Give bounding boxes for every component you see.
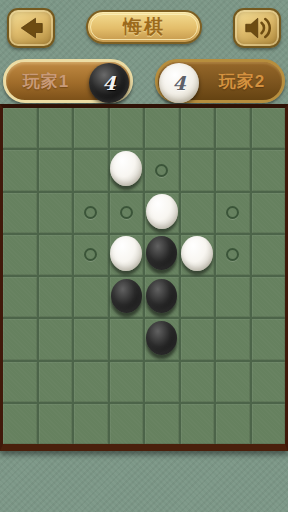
player2-count: 4 bbox=[172, 72, 185, 94]
game-screen: 悔棋 玩家1 4 4 玩家2 bbox=[0, 0, 288, 512]
board-cell[interactable] bbox=[216, 235, 250, 275]
board-cell[interactable] bbox=[110, 319, 144, 359]
board-cell[interactable] bbox=[145, 193, 179, 233]
board-cell[interactable] bbox=[39, 404, 73, 444]
black-piece bbox=[146, 236, 177, 270]
board-cell[interactable] bbox=[110, 277, 144, 317]
board-cell[interactable] bbox=[252, 277, 286, 317]
othello-board bbox=[0, 104, 288, 451]
player1-black-disc: 4 bbox=[89, 63, 129, 103]
board-cell[interactable] bbox=[252, 108, 286, 148]
board-cell[interactable] bbox=[3, 108, 37, 148]
board-cell[interactable] bbox=[74, 404, 108, 444]
board-cell[interactable] bbox=[110, 108, 144, 148]
legal-move-hint bbox=[84, 206, 97, 219]
black-piece bbox=[111, 279, 142, 313]
board-cell[interactable] bbox=[216, 193, 250, 233]
board-cell[interactable] bbox=[252, 235, 286, 275]
undo-button[interactable]: 悔棋 bbox=[86, 10, 202, 44]
board-cell[interactable] bbox=[145, 277, 179, 317]
board-cell[interactable] bbox=[110, 193, 144, 233]
legal-move-hint bbox=[226, 248, 239, 261]
board-cell[interactable] bbox=[3, 277, 37, 317]
board-cell[interactable] bbox=[181, 404, 215, 444]
back-arrow-icon bbox=[11, 13, 51, 43]
board-cell[interactable] bbox=[145, 108, 179, 148]
board-cell[interactable] bbox=[3, 235, 37, 275]
board-cell[interactable] bbox=[216, 150, 250, 190]
board-cell[interactable] bbox=[216, 362, 250, 402]
board-cell[interactable] bbox=[3, 404, 37, 444]
board-cell[interactable] bbox=[181, 150, 215, 190]
board-cell[interactable] bbox=[181, 235, 215, 275]
board-cell[interactable] bbox=[110, 404, 144, 444]
board-cell[interactable] bbox=[252, 362, 286, 402]
board-cell[interactable] bbox=[74, 193, 108, 233]
white-piece bbox=[110, 151, 142, 186]
board-cell[interactable] bbox=[3, 319, 37, 359]
player2-label: 玩家2 bbox=[202, 62, 282, 100]
board-cell[interactable] bbox=[145, 235, 179, 275]
board-cell[interactable] bbox=[74, 108, 108, 148]
board-cell[interactable] bbox=[74, 362, 108, 402]
board-cell[interactable] bbox=[216, 319, 250, 359]
legal-move-hint bbox=[84, 248, 97, 261]
back-button[interactable] bbox=[7, 8, 55, 48]
board-cell[interactable] bbox=[181, 193, 215, 233]
board-cell[interactable] bbox=[252, 150, 286, 190]
board-cell[interactable] bbox=[39, 362, 73, 402]
black-piece bbox=[146, 279, 177, 313]
board-cell[interactable] bbox=[145, 404, 179, 444]
board-cell[interactable] bbox=[252, 193, 286, 233]
board-cell[interactable] bbox=[3, 150, 37, 190]
board-cell[interactable] bbox=[39, 193, 73, 233]
board-grid bbox=[3, 108, 285, 444]
board-cell[interactable] bbox=[74, 319, 108, 359]
board-cell[interactable] bbox=[216, 108, 250, 148]
board-cell[interactable] bbox=[74, 277, 108, 317]
legal-move-hint bbox=[155, 164, 168, 177]
board-cell[interactable] bbox=[110, 235, 144, 275]
player1-count: 4 bbox=[102, 72, 115, 94]
board-cell[interactable] bbox=[181, 108, 215, 148]
white-piece bbox=[146, 194, 178, 229]
board-cell[interactable] bbox=[181, 319, 215, 359]
white-piece bbox=[110, 236, 142, 271]
board-cell[interactable] bbox=[145, 362, 179, 402]
board-cell[interactable] bbox=[110, 362, 144, 402]
board-cell[interactable] bbox=[145, 150, 179, 190]
board-cell[interactable] bbox=[74, 150, 108, 190]
player2-panel: 4 玩家2 bbox=[155, 59, 285, 103]
board-cell[interactable] bbox=[74, 235, 108, 275]
player1-panel: 玩家1 4 bbox=[3, 59, 133, 103]
board-cell[interactable] bbox=[39, 277, 73, 317]
board-cell[interactable] bbox=[39, 150, 73, 190]
undo-button-label: 悔棋 bbox=[123, 14, 165, 40]
board-cell[interactable] bbox=[216, 404, 250, 444]
board-cell[interactable] bbox=[181, 277, 215, 317]
board-cell[interactable] bbox=[39, 108, 73, 148]
legal-move-hint bbox=[226, 206, 239, 219]
board-cell[interactable] bbox=[3, 193, 37, 233]
board-cell[interactable] bbox=[252, 319, 286, 359]
black-piece bbox=[146, 321, 177, 355]
legal-move-hint bbox=[120, 206, 133, 219]
board-cell[interactable] bbox=[110, 150, 144, 190]
board-cell[interactable] bbox=[181, 362, 215, 402]
player2-white-disc: 4 bbox=[159, 63, 199, 103]
board-cell[interactable] bbox=[216, 277, 250, 317]
board-cell[interactable] bbox=[145, 319, 179, 359]
sound-button[interactable] bbox=[233, 8, 281, 48]
speaker-icon bbox=[237, 13, 277, 43]
board-cell[interactable] bbox=[39, 319, 73, 359]
white-piece bbox=[181, 236, 213, 271]
player1-label: 玩家1 bbox=[6, 62, 86, 100]
board-cell[interactable] bbox=[252, 404, 286, 444]
board-cell[interactable] bbox=[3, 362, 37, 402]
board-cell[interactable] bbox=[39, 235, 73, 275]
